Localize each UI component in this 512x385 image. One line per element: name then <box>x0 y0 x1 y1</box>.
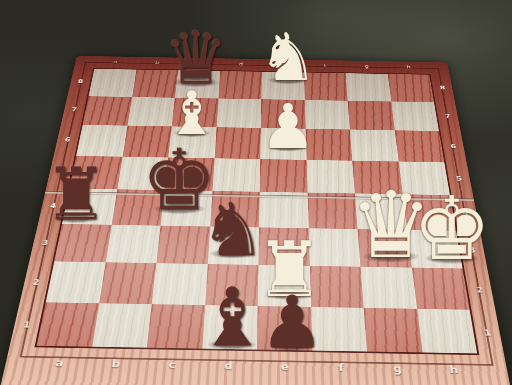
piece-white-knight-e8[interactable]: ♞ <box>258 25 317 91</box>
piece-white-pawn-e6[interactable]: ♟ <box>260 96 316 158</box>
chessboard-photo-scene: abcdefgh abcdefgh 12345678 12345678 ♛♞♝♟… <box>0 0 512 385</box>
piece-black-rook-a4[interactable]: ♜ <box>44 158 109 230</box>
piece-black-pawn-e1[interactable]: ♟ <box>260 286 325 358</box>
piece-white-king-h3[interactable]: ♚ <box>413 185 492 273</box>
piece-black-bishop-d1[interactable]: ♝ <box>196 278 268 358</box>
pieces-layer: ♛♞♝♟♜♚♞♛♚♜♝♟ <box>0 0 512 385</box>
